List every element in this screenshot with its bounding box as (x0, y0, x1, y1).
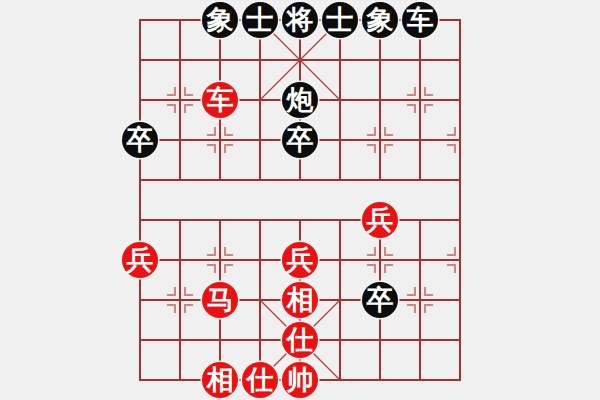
piece-black-elephant-right[interactable]: 象 (362, 2, 398, 38)
piece-black-advisor-right[interactable]: 士 (322, 2, 358, 38)
piece-red-soldier-b[interactable]: 兵 (122, 242, 158, 278)
piece-red-chariot[interactable]: 车 (202, 82, 238, 118)
piece-black-general[interactable]: 将 (282, 2, 318, 38)
piece-red-horse[interactable]: 马 (202, 282, 238, 318)
piece-red-soldier-a[interactable]: 兵 (362, 202, 398, 238)
piece-black-soldier-c[interactable]: 卒 (362, 282, 398, 318)
xiangqi-board-screen: 象士将士象车车炮卒卒兵兵兵马相卒仕相仕帅 (0, 0, 600, 400)
piece-red-advisor-left[interactable]: 仕 (242, 362, 278, 398)
piece-red-elephant-left[interactable]: 相 (202, 362, 238, 398)
piece-red-advisor-center[interactable]: 仕 (282, 322, 318, 358)
piece-black-soldier-a[interactable]: 卒 (122, 122, 158, 158)
piece-black-advisor-left[interactable]: 士 (242, 2, 278, 38)
piece-black-soldier-b[interactable]: 卒 (282, 122, 318, 158)
piece-black-elephant-left[interactable]: 象 (202, 2, 238, 38)
pieces-grid: 象士将士象车车炮卒卒兵兵兵马相卒仕相仕帅 (120, 0, 480, 400)
piece-red-elephant-center[interactable]: 相 (282, 282, 318, 318)
piece-red-soldier-c[interactable]: 兵 (282, 242, 318, 278)
piece-black-chariot[interactable]: 车 (402, 2, 438, 38)
piece-black-cannon[interactable]: 炮 (282, 82, 318, 118)
piece-red-general[interactable]: 帅 (282, 362, 318, 398)
